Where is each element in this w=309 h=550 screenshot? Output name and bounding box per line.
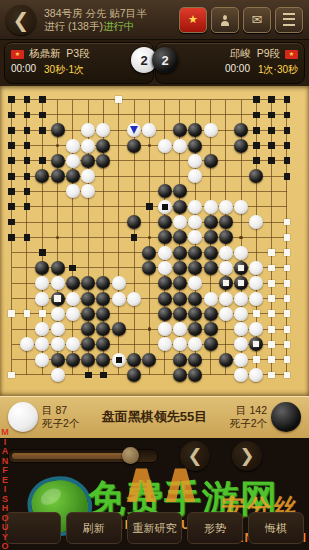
board-cell[interactable] xyxy=(218,107,233,122)
board-cell[interactable] xyxy=(264,230,279,245)
board-cell[interactable] xyxy=(233,291,248,306)
board-cell[interactable] xyxy=(50,184,65,199)
board-cell[interactable] xyxy=(203,107,218,122)
board-cell[interactable] xyxy=(188,214,203,229)
board-cell[interactable] xyxy=(172,260,187,275)
board-cell[interactable] xyxy=(126,291,141,306)
board-cell[interactable] xyxy=(157,107,172,122)
board-cell[interactable] xyxy=(35,184,50,199)
board-cell[interactable] xyxy=(80,168,95,183)
board-cell[interactable] xyxy=(172,306,187,321)
board-cell[interactable] xyxy=(111,260,126,275)
board-cell[interactable] xyxy=(203,123,218,138)
board-cell[interactable] xyxy=(249,153,264,168)
board-cell[interactable] xyxy=(157,291,172,306)
board-cell[interactable] xyxy=(19,291,34,306)
board-cell[interactable] xyxy=(157,153,172,168)
board-cell[interactable] xyxy=(50,291,65,306)
board-cell[interactable] xyxy=(218,352,233,367)
board-cell[interactable] xyxy=(188,352,203,367)
board-cell[interactable] xyxy=(279,214,294,229)
board-cell[interactable] xyxy=(65,168,80,183)
board-cell[interactable] xyxy=(19,92,34,107)
board-cell[interactable] xyxy=(80,184,95,199)
board-cell[interactable] xyxy=(19,214,34,229)
board-cell[interactable] xyxy=(50,352,65,367)
board-cell[interactable] xyxy=(157,168,172,183)
board-cell[interactable] xyxy=(4,276,19,291)
board-cell[interactable] xyxy=(188,291,203,306)
board-cell[interactable] xyxy=(172,291,187,306)
board-cell[interactable] xyxy=(157,230,172,245)
slider-knob[interactable] xyxy=(122,447,139,464)
board-cell[interactable] xyxy=(80,291,95,306)
board-cell[interactable] xyxy=(218,92,233,107)
board-cell[interactable] xyxy=(172,107,187,122)
board-cell[interactable] xyxy=(249,123,264,138)
board-cell[interactable] xyxy=(203,92,218,107)
board-cell[interactable] xyxy=(249,214,264,229)
board-cell[interactable] xyxy=(126,367,141,382)
board-cell[interactable] xyxy=(111,199,126,214)
board-cell[interactable] xyxy=(218,214,233,229)
board-cell[interactable] xyxy=(172,321,187,336)
board-cell[interactable] xyxy=(157,214,172,229)
board-cell[interactable] xyxy=(249,92,264,107)
board-cell[interactable] xyxy=(126,230,141,245)
board-cell[interactable] xyxy=(35,107,50,122)
board-cell[interactable] xyxy=(218,184,233,199)
board-cell[interactable] xyxy=(279,153,294,168)
board-cell[interactable] xyxy=(233,276,248,291)
board-cell[interactable] xyxy=(249,306,264,321)
board-cell[interactable] xyxy=(218,153,233,168)
board-cell[interactable] xyxy=(172,230,187,245)
board-cell[interactable] xyxy=(233,245,248,260)
board-cell[interactable] xyxy=(142,92,157,107)
board-cell[interactable] xyxy=(50,92,65,107)
board-cell[interactable] xyxy=(203,153,218,168)
board-cell[interactable] xyxy=(203,352,218,367)
board-cell[interactable] xyxy=(157,138,172,153)
board-cell[interactable] xyxy=(279,92,294,107)
board-cell[interactable] xyxy=(157,123,172,138)
board-cell[interactable] xyxy=(80,306,95,321)
board-cell[interactable] xyxy=(233,92,248,107)
board-cell[interactable] xyxy=(126,352,141,367)
board-cell[interactable] xyxy=(4,321,19,336)
board-cell[interactable] xyxy=(19,123,34,138)
board-cell[interactable] xyxy=(233,321,248,336)
board-cell[interactable] xyxy=(157,245,172,260)
board-cell[interactable] xyxy=(50,367,65,382)
board-cell[interactable] xyxy=(188,168,203,183)
board-cell[interactable] xyxy=(142,153,157,168)
board-cell[interactable] xyxy=(249,138,264,153)
board-cell[interactable] xyxy=(19,245,34,260)
board-cell[interactable] xyxy=(279,123,294,138)
board-cell[interactable] xyxy=(264,168,279,183)
board-cell[interactable] xyxy=(80,230,95,245)
board-cell[interactable] xyxy=(65,367,80,382)
board-cell[interactable] xyxy=(172,92,187,107)
board-cell[interactable] xyxy=(96,138,111,153)
board-cell[interactable] xyxy=(172,352,187,367)
board-cell[interactable] xyxy=(65,260,80,275)
board-cell[interactable] xyxy=(126,337,141,352)
board-cell[interactable] xyxy=(35,337,50,352)
board-cell[interactable] xyxy=(65,214,80,229)
board-cell[interactable] xyxy=(218,168,233,183)
board-cell[interactable] xyxy=(172,367,187,382)
board-cell[interactable] xyxy=(157,184,172,199)
board-cell[interactable] xyxy=(96,276,111,291)
board-cell[interactable] xyxy=(80,276,95,291)
player-panel-white[interactable]: ★ 杨鼎新 P3段 00:00 30秒·1次 2 xyxy=(4,42,154,84)
flag-button[interactable]: ★ xyxy=(179,7,207,33)
board-cell[interactable] xyxy=(126,306,141,321)
board-cell[interactable] xyxy=(203,199,218,214)
tool-button-刷新[interactable]: 刷新 xyxy=(66,512,122,544)
board-cell[interactable] xyxy=(19,168,34,183)
board-cell[interactable] xyxy=(35,214,50,229)
board-cell[interactable] xyxy=(279,184,294,199)
board-cell[interactable] xyxy=(50,321,65,336)
profile-button[interactable] xyxy=(211,7,239,33)
back-button[interactable]: ❮ xyxy=(6,5,36,35)
board-cell[interactable] xyxy=(80,260,95,275)
board-cell[interactable] xyxy=(264,321,279,336)
board-cell[interactable] xyxy=(233,306,248,321)
board-cell[interactable] xyxy=(4,123,19,138)
board-cell[interactable] xyxy=(279,337,294,352)
board-cell[interactable] xyxy=(142,199,157,214)
board-cell[interactable] xyxy=(50,245,65,260)
board-cell[interactable] xyxy=(50,199,65,214)
board-cell[interactable] xyxy=(233,123,248,138)
board-cell[interactable] xyxy=(203,168,218,183)
board-cell[interactable] xyxy=(172,245,187,260)
board-cell[interactable] xyxy=(188,184,203,199)
board-cell[interactable] xyxy=(249,168,264,183)
board-cell[interactable] xyxy=(50,168,65,183)
board-cell[interactable] xyxy=(80,92,95,107)
board-cell[interactable] xyxy=(172,184,187,199)
board-cell[interactable] xyxy=(264,337,279,352)
board-cell[interactable] xyxy=(172,168,187,183)
board-cell[interactable] xyxy=(126,321,141,336)
board-cell[interactable] xyxy=(188,321,203,336)
board-cell[interactable] xyxy=(218,123,233,138)
move-slider[interactable] xyxy=(8,449,158,463)
board-cell[interactable] xyxy=(19,107,34,122)
board-cell[interactable] xyxy=(35,352,50,367)
board-cell[interactable] xyxy=(249,230,264,245)
board-cell[interactable] xyxy=(218,321,233,336)
board-cell[interactable] xyxy=(249,352,264,367)
board-cell[interactable] xyxy=(4,199,19,214)
board-cell[interactable] xyxy=(264,291,279,306)
board-cell[interactable] xyxy=(157,367,172,382)
board-cell[interactable] xyxy=(111,367,126,382)
board-cell[interactable] xyxy=(188,138,203,153)
board-cell[interactable] xyxy=(157,199,172,214)
board-cell[interactable] xyxy=(96,168,111,183)
board-cell[interactable] xyxy=(65,337,80,352)
board-cell[interactable] xyxy=(172,123,187,138)
board-cell[interactable] xyxy=(279,230,294,245)
board-cell[interactable] xyxy=(203,260,218,275)
menu-button[interactable] xyxy=(275,7,303,33)
board-cell[interactable] xyxy=(111,214,126,229)
board-cell[interactable] xyxy=(279,138,294,153)
board-cell[interactable] xyxy=(142,230,157,245)
board-cell[interactable] xyxy=(264,276,279,291)
board-cell[interactable] xyxy=(50,153,65,168)
board-cell[interactable] xyxy=(203,367,218,382)
board-cell[interactable] xyxy=(4,291,19,306)
board-cell[interactable] xyxy=(96,184,111,199)
board-cell[interactable] xyxy=(126,92,141,107)
board-cell[interactable] xyxy=(65,107,80,122)
board-cell[interactable] xyxy=(65,138,80,153)
board-cell[interactable] xyxy=(65,352,80,367)
board-cell[interactable] xyxy=(96,291,111,306)
board-cell[interactable] xyxy=(142,321,157,336)
board-cell[interactable] xyxy=(142,306,157,321)
mail-button[interactable]: ✉ xyxy=(243,7,271,33)
board-cell[interactable] xyxy=(4,367,19,382)
board-cell[interactable] xyxy=(233,230,248,245)
board-cell[interactable] xyxy=(142,214,157,229)
board-cell[interactable] xyxy=(126,214,141,229)
board-cell[interactable] xyxy=(233,214,248,229)
board-cell[interactable] xyxy=(264,138,279,153)
board-cell[interactable] xyxy=(111,321,126,336)
board-cell[interactable] xyxy=(80,199,95,214)
board-cell[interactable] xyxy=(35,367,50,382)
board-cell[interactable] xyxy=(111,245,126,260)
board-cell[interactable] xyxy=(233,168,248,183)
board-cell[interactable] xyxy=(279,367,294,382)
board-cell[interactable] xyxy=(126,184,141,199)
board-cell[interactable] xyxy=(19,337,34,352)
board-cell[interactable] xyxy=(35,199,50,214)
board-cell[interactable] xyxy=(111,276,126,291)
board-cell[interactable] xyxy=(249,245,264,260)
board-cell[interactable] xyxy=(4,153,19,168)
board-cell[interactable] xyxy=(19,321,34,336)
board-cell[interactable] xyxy=(4,92,19,107)
board-cell[interactable] xyxy=(233,367,248,382)
board-cell[interactable] xyxy=(80,214,95,229)
board-cell[interactable] xyxy=(249,291,264,306)
board-cell[interactable] xyxy=(126,168,141,183)
board-cell[interactable] xyxy=(142,337,157,352)
board-cell[interactable] xyxy=(188,123,203,138)
board-cell[interactable] xyxy=(264,153,279,168)
board-cell[interactable] xyxy=(233,107,248,122)
board-cell[interactable] xyxy=(233,337,248,352)
board-cell[interactable] xyxy=(50,306,65,321)
board-cell[interactable] xyxy=(19,138,34,153)
board-cell[interactable] xyxy=(203,184,218,199)
board-cell[interactable] xyxy=(249,367,264,382)
board-cell[interactable] xyxy=(126,138,141,153)
board-cell[interactable] xyxy=(142,107,157,122)
tool-button-重新研究[interactable]: 重新研究 xyxy=(127,512,183,544)
board-cell[interactable] xyxy=(50,230,65,245)
board-cell[interactable] xyxy=(279,352,294,367)
board-cell[interactable] xyxy=(4,214,19,229)
board-cell[interactable] xyxy=(157,260,172,275)
board-cell[interactable] xyxy=(264,352,279,367)
board-cell[interactable] xyxy=(50,276,65,291)
board-cell[interactable] xyxy=(142,123,157,138)
board-cell[interactable] xyxy=(172,138,187,153)
board-cell[interactable] xyxy=(157,276,172,291)
board-cell[interactable] xyxy=(96,321,111,336)
board-cell[interactable] xyxy=(218,199,233,214)
board-cell[interactable] xyxy=(142,184,157,199)
board-cell[interactable] xyxy=(264,199,279,214)
board-cell[interactable] xyxy=(96,153,111,168)
board-cell[interactable] xyxy=(249,107,264,122)
board-cell[interactable] xyxy=(35,291,50,306)
board-cell[interactable] xyxy=(142,352,157,367)
board-cell[interactable] xyxy=(111,138,126,153)
board-cell[interactable] xyxy=(35,138,50,153)
board-cell[interactable] xyxy=(96,230,111,245)
board-cell[interactable] xyxy=(264,260,279,275)
board-cell[interactable] xyxy=(172,214,187,229)
board-cell[interactable] xyxy=(142,291,157,306)
board-cell[interactable] xyxy=(111,168,126,183)
board-cell[interactable] xyxy=(203,276,218,291)
board-cell[interactable] xyxy=(65,306,80,321)
board-cell[interactable] xyxy=(188,276,203,291)
board-cell[interactable] xyxy=(218,306,233,321)
board-cell[interactable] xyxy=(188,199,203,214)
board-cell[interactable] xyxy=(96,107,111,122)
board-cell[interactable] xyxy=(65,184,80,199)
board-cell[interactable] xyxy=(19,260,34,275)
board-cell[interactable] xyxy=(65,153,80,168)
board-cell[interactable] xyxy=(249,321,264,336)
board-cell[interactable] xyxy=(264,367,279,382)
board-cell[interactable] xyxy=(126,107,141,122)
board-cell[interactable] xyxy=(96,199,111,214)
board-cell[interactable] xyxy=(65,291,80,306)
board-cell[interactable] xyxy=(50,260,65,275)
board-cell[interactable] xyxy=(188,107,203,122)
board-cell[interactable] xyxy=(65,123,80,138)
board-cell[interactable] xyxy=(80,245,95,260)
board-cell[interactable] xyxy=(279,321,294,336)
board-cell[interactable] xyxy=(35,153,50,168)
board-cell[interactable] xyxy=(111,291,126,306)
board-cell[interactable] xyxy=(19,352,34,367)
board-cell[interactable] xyxy=(96,352,111,367)
board-cell[interactable] xyxy=(203,291,218,306)
board-cell[interactable] xyxy=(96,214,111,229)
board-cell[interactable] xyxy=(80,352,95,367)
board-cell[interactable] xyxy=(80,107,95,122)
board-cell[interactable] xyxy=(249,337,264,352)
board-cell[interactable] xyxy=(233,260,248,275)
board-cell[interactable] xyxy=(218,260,233,275)
board-cell[interactable] xyxy=(264,214,279,229)
board-cell[interactable] xyxy=(65,245,80,260)
board-cell[interactable] xyxy=(157,352,172,367)
board-cell[interactable] xyxy=(19,230,34,245)
board-cell[interactable] xyxy=(19,184,34,199)
board-cell[interactable] xyxy=(142,367,157,382)
prev-move-button[interactable]: ❮ xyxy=(180,441,210,471)
tool-button-悔棋[interactable]: 悔棋 xyxy=(248,512,304,544)
board-cell[interactable] xyxy=(19,199,34,214)
board-cell[interactable] xyxy=(96,367,111,382)
board-cell[interactable] xyxy=(126,260,141,275)
board-cell[interactable] xyxy=(4,107,19,122)
player-panel-black[interactable]: 邱峻 P9段 ★ 00:00 1次·30秒 2 xyxy=(155,42,305,84)
board-cell[interactable] xyxy=(96,337,111,352)
board-cell[interactable] xyxy=(279,107,294,122)
board-cell[interactable] xyxy=(279,245,294,260)
board-cell[interactable] xyxy=(4,230,19,245)
board-cell[interactable] xyxy=(35,168,50,183)
board-cell[interactable] xyxy=(65,230,80,245)
board-cell[interactable] xyxy=(203,214,218,229)
board-cell[interactable] xyxy=(65,276,80,291)
board-cell[interactable] xyxy=(249,276,264,291)
board-cell[interactable] xyxy=(218,337,233,352)
board-cell[interactable] xyxy=(203,321,218,336)
board-cell[interactable] xyxy=(96,260,111,275)
board-cell[interactable] xyxy=(203,337,218,352)
board-cell[interactable] xyxy=(35,306,50,321)
board-cell[interactable] xyxy=(218,367,233,382)
board-cell[interactable] xyxy=(35,276,50,291)
board-cell[interactable] xyxy=(279,291,294,306)
board-cell[interactable] xyxy=(35,321,50,336)
board-cell[interactable] xyxy=(279,260,294,275)
board-cell[interactable] xyxy=(264,92,279,107)
board-cell[interactable] xyxy=(111,230,126,245)
board-cell[interactable] xyxy=(126,199,141,214)
board-cell[interactable] xyxy=(172,337,187,352)
board-cell[interactable] xyxy=(4,138,19,153)
board-cell[interactable] xyxy=(157,92,172,107)
board-cell[interactable] xyxy=(264,123,279,138)
board-cell[interactable] xyxy=(203,138,218,153)
board-cell[interactable] xyxy=(50,107,65,122)
board-cell[interactable] xyxy=(279,168,294,183)
board-cell[interactable] xyxy=(111,184,126,199)
board-cell[interactable] xyxy=(111,306,126,321)
board-cell[interactable] xyxy=(35,92,50,107)
board-cell[interactable] xyxy=(279,276,294,291)
board-cell[interactable] xyxy=(279,306,294,321)
board-cell[interactable] xyxy=(157,321,172,336)
board-cell[interactable] xyxy=(188,153,203,168)
board-cell[interactable] xyxy=(172,199,187,214)
board-cell[interactable] xyxy=(157,306,172,321)
board-cell[interactable] xyxy=(80,321,95,336)
board-cell[interactable] xyxy=(4,352,19,367)
board-cell[interactable] xyxy=(142,260,157,275)
board-cell[interactable] xyxy=(172,153,187,168)
